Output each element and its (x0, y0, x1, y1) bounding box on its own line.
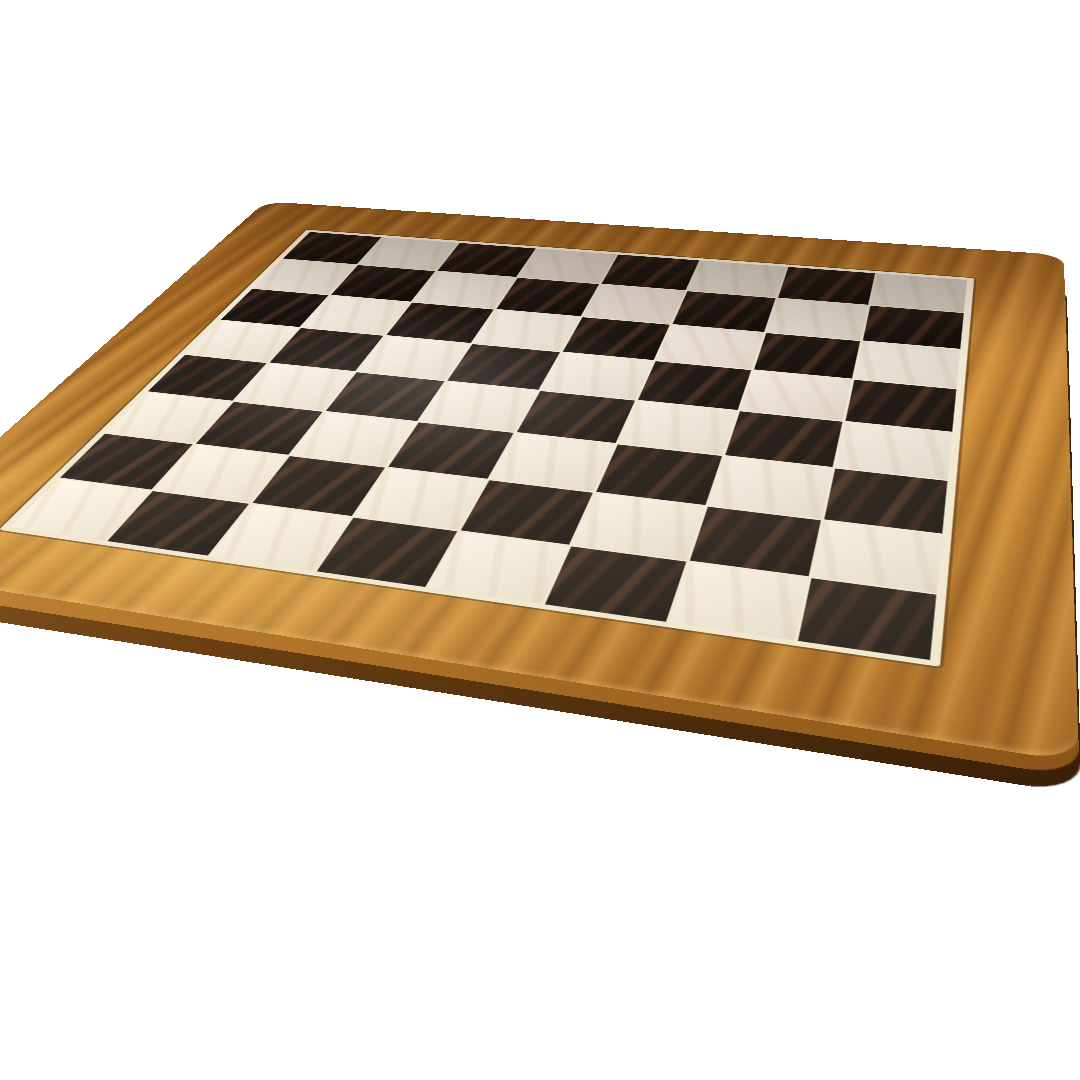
board-grid (10, 232, 967, 660)
product-photo-stage (0, 0, 1080, 1080)
